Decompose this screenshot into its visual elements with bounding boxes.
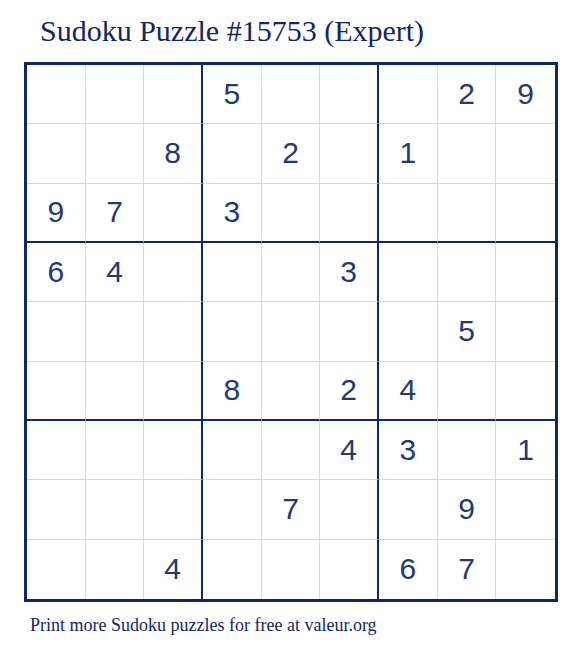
cell-r5c7[interactable] [379, 302, 438, 361]
cell-r8c8[interactable]: 9 [438, 480, 497, 539]
cell-r1c6[interactable] [320, 65, 379, 124]
cell-r1c8[interactable]: 2 [438, 65, 497, 124]
puzzle-title: Sudoku Puzzle #15753 (Expert) [40, 14, 424, 48]
cell-r3c2[interactable]: 7 [86, 184, 145, 243]
cell-r3c6[interactable] [320, 184, 379, 243]
cell-r5c3[interactable] [144, 302, 203, 361]
cell-r5c9[interactable] [496, 302, 555, 361]
cell-r3c7[interactable] [379, 184, 438, 243]
cell-r8c1[interactable] [27, 480, 86, 539]
cell-r8c5[interactable]: 7 [262, 480, 321, 539]
cell-r9c8[interactable]: 7 [438, 540, 497, 599]
cell-r4c7[interactable] [379, 243, 438, 302]
cell-r2c8[interactable] [438, 124, 497, 183]
cell-r9c1[interactable] [27, 540, 86, 599]
cell-r4c8[interactable] [438, 243, 497, 302]
cell-r2c2[interactable] [86, 124, 145, 183]
cell-r2c6[interactable] [320, 124, 379, 183]
cell-r2c3[interactable]: 8 [144, 124, 203, 183]
cell-r1c3[interactable] [144, 65, 203, 124]
cell-r1c1[interactable] [27, 65, 86, 124]
cell-r1c7[interactable] [379, 65, 438, 124]
cell-r2c9[interactable] [496, 124, 555, 183]
cell-r8c9[interactable] [496, 480, 555, 539]
cell-r6c9[interactable] [496, 362, 555, 421]
cell-r8c7[interactable] [379, 480, 438, 539]
cell-r4c3[interactable] [144, 243, 203, 302]
cell-r5c1[interactable] [27, 302, 86, 361]
cell-r1c9[interactable]: 9 [496, 65, 555, 124]
cell-r9c7[interactable]: 6 [379, 540, 438, 599]
cell-r8c3[interactable] [144, 480, 203, 539]
cell-r7c9[interactable]: 1 [496, 421, 555, 480]
cell-r3c5[interactable] [262, 184, 321, 243]
cell-r9c2[interactable] [86, 540, 145, 599]
sudoku-page: Sudoku Puzzle #15753 (Expert) 5298219736… [0, 0, 580, 651]
footer-text: Print more Sudoku puzzles for free at va… [30, 615, 377, 636]
cell-r4c9[interactable] [496, 243, 555, 302]
cell-r9c9[interactable] [496, 540, 555, 599]
cell-r4c1[interactable]: 6 [27, 243, 86, 302]
cell-r7c3[interactable] [144, 421, 203, 480]
cell-r1c4[interactable]: 5 [203, 65, 262, 124]
cell-r5c2[interactable] [86, 302, 145, 361]
cell-r8c6[interactable] [320, 480, 379, 539]
cell-r2c5[interactable]: 2 [262, 124, 321, 183]
cell-r4c2[interactable]: 4 [86, 243, 145, 302]
cell-r2c1[interactable] [27, 124, 86, 183]
cell-r2c4[interactable] [203, 124, 262, 183]
cell-r1c2[interactable] [86, 65, 145, 124]
cell-r3c3[interactable] [144, 184, 203, 243]
cell-r6c7[interactable]: 4 [379, 362, 438, 421]
cell-r6c6[interactable]: 2 [320, 362, 379, 421]
cell-r6c5[interactable] [262, 362, 321, 421]
cell-r3c4[interactable]: 3 [203, 184, 262, 243]
cell-r7c7[interactable]: 3 [379, 421, 438, 480]
cell-r6c2[interactable] [86, 362, 145, 421]
cell-r1c5[interactable] [262, 65, 321, 124]
cell-r7c6[interactable]: 4 [320, 421, 379, 480]
cell-r5c6[interactable] [320, 302, 379, 361]
cell-r5c4[interactable] [203, 302, 262, 361]
cell-r2c7[interactable]: 1 [379, 124, 438, 183]
cell-r9c5[interactable] [262, 540, 321, 599]
cell-r4c4[interactable] [203, 243, 262, 302]
cell-r6c1[interactable] [27, 362, 86, 421]
cell-r7c5[interactable] [262, 421, 321, 480]
cell-r7c8[interactable] [438, 421, 497, 480]
cell-r6c8[interactable] [438, 362, 497, 421]
cell-r8c4[interactable] [203, 480, 262, 539]
cell-r4c5[interactable] [262, 243, 321, 302]
cell-r7c2[interactable] [86, 421, 145, 480]
cell-r6c3[interactable] [144, 362, 203, 421]
cell-r5c8[interactable]: 5 [438, 302, 497, 361]
cell-r3c8[interactable] [438, 184, 497, 243]
cell-r9c4[interactable] [203, 540, 262, 599]
cell-r3c1[interactable]: 9 [27, 184, 86, 243]
cell-r5c5[interactable] [262, 302, 321, 361]
sudoku-board: 529821973643582443179467 [24, 62, 558, 602]
cell-r8c2[interactable] [86, 480, 145, 539]
cell-r9c6[interactable] [320, 540, 379, 599]
cell-r4c6[interactable]: 3 [320, 243, 379, 302]
cell-r7c1[interactable] [27, 421, 86, 480]
cell-r3c9[interactable] [496, 184, 555, 243]
cell-r6c4[interactable]: 8 [203, 362, 262, 421]
cell-r9c3[interactable]: 4 [144, 540, 203, 599]
cell-r7c4[interactable] [203, 421, 262, 480]
